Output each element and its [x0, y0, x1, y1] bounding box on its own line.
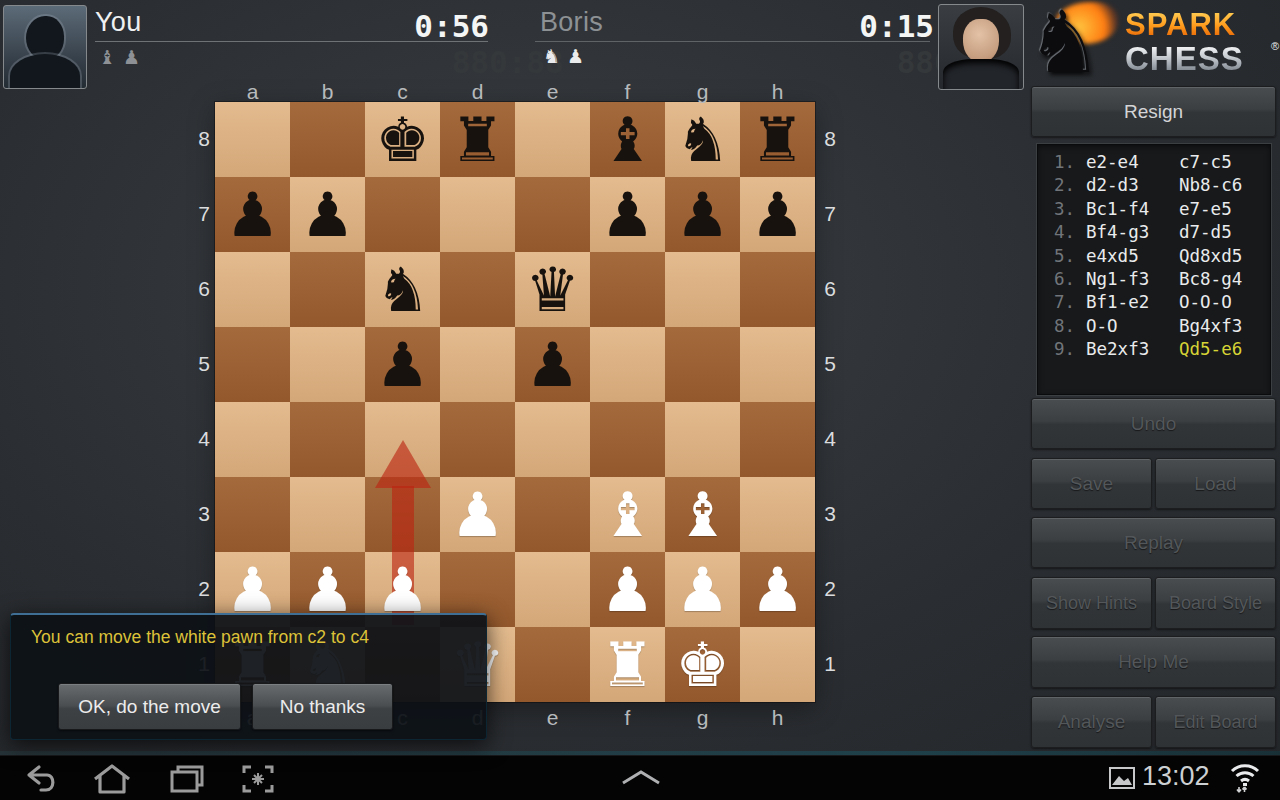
rank-label-left-4: 4	[195, 427, 213, 451]
square-f5[interactable]	[590, 327, 665, 402]
square-a3[interactable]	[215, 477, 290, 552]
save-button[interactable]: Save	[1031, 458, 1152, 509]
analyse-button[interactable]: Analyse	[1031, 696, 1152, 748]
square-e1[interactable]	[515, 627, 590, 702]
move-row-6: 6.Ng1-f3Bc8-g4	[1037, 268, 1271, 291]
screenshot-icon[interactable]	[241, 764, 275, 794]
rank-label-left-8: 8	[195, 127, 213, 151]
rank-label-left-3: 3	[195, 502, 213, 526]
registered-mark: ®	[1271, 40, 1279, 52]
square-d3[interactable]: ♟	[440, 477, 515, 552]
recents-icon[interactable]	[169, 764, 205, 794]
android-navbar	[0, 755, 1280, 800]
file-label-top-g: g	[665, 80, 740, 104]
ok-do-the-move-button[interactable]: OK, do the move	[58, 683, 241, 730]
square-d6[interactable]	[440, 252, 515, 327]
square-d5[interactable]	[440, 327, 515, 402]
square-a5[interactable]	[215, 327, 290, 402]
rank-label-right-5: 5	[821, 352, 839, 376]
square-h8[interactable]: ♜	[740, 102, 815, 177]
square-b4[interactable]	[290, 402, 365, 477]
square-e6[interactable]: ♛	[515, 252, 590, 327]
square-e4[interactable]	[515, 402, 590, 477]
square-b5[interactable]	[290, 327, 365, 402]
resign-button[interactable]: Resign	[1031, 86, 1276, 137]
chevron-up-icon[interactable]	[620, 769, 662, 785]
screenshot-notification-icon	[1108, 766, 1136, 790]
square-h2[interactable]: ♟	[740, 552, 815, 627]
square-a6[interactable]	[215, 252, 290, 327]
piece-black-knight-g8: ♞	[665, 102, 740, 177]
square-g6[interactable]	[665, 252, 740, 327]
move-row-1: 1.e2-e4c7-c5	[1037, 151, 1271, 174]
square-g8[interactable]: ♞	[665, 102, 740, 177]
player-name-boris: Boris	[540, 7, 603, 38]
move-list[interactable]: 1.e2-e4c7-c52.d2-d3Nb8-c63.Bc1-f4e7-e54.…	[1036, 143, 1272, 396]
piece-white-bishop-f3: ♝	[590, 477, 665, 552]
piece-black-pawn-e5: ♟	[515, 327, 590, 402]
square-h6[interactable]	[740, 252, 815, 327]
captured-pieces-you: ♝♟	[99, 48, 140, 67]
chess-board[interactable]: ♚♜♝♞♜♟♟♟♟♟♞♛♟♟♟♝♝♟♟♟♟♟♟♜♞♛♜♚	[215, 102, 815, 702]
captured-pawn-icon: ♟	[123, 48, 140, 67]
piece-black-rook-h8: ♜	[740, 102, 815, 177]
piece-white-pawn-d3: ♟	[440, 477, 515, 552]
file-label-bottom-g: g	[665, 706, 740, 730]
rank-label-right-6: 6	[821, 277, 839, 301]
rank-label-right-8: 8	[821, 127, 839, 151]
piece-black-pawn-f7: ♟	[590, 177, 665, 252]
file-label-top-a: a	[215, 80, 290, 104]
square-b6[interactable]	[290, 252, 365, 327]
square-c5[interactable]: ♟	[365, 327, 440, 402]
rank-label-right-1: 1	[821, 652, 839, 676]
square-h7[interactable]: ♟	[740, 177, 815, 252]
no-thanks-button[interactable]: No thanks	[252, 683, 393, 730]
piece-black-bishop-f8: ♝	[590, 102, 665, 177]
square-e5[interactable]: ♟	[515, 327, 590, 402]
logo-chess-text: CHESS	[1125, 43, 1244, 74]
square-e2[interactable]	[515, 552, 590, 627]
file-label-bottom-e: e	[515, 706, 590, 730]
captured-pawn-icon: ♟	[567, 47, 584, 66]
piece-black-rook-d8: ♜	[440, 102, 515, 177]
hint-dialog: You can move the white pawn from c2 to c…	[10, 613, 487, 740]
show-hints-button[interactable]: Show Hints	[1031, 577, 1152, 629]
edit-board-button[interactable]: Edit Board	[1155, 696, 1276, 748]
square-b7[interactable]: ♟	[290, 177, 365, 252]
sparkchess-logo: ♞ SPARK CHESS ®	[1028, 0, 1280, 86]
move-row-7: 7.Bf1-e2O-O-O	[1037, 291, 1271, 314]
square-h3[interactable]	[740, 477, 815, 552]
piece-black-pawn-h7: ♟	[740, 177, 815, 252]
square-a4[interactable]	[215, 402, 290, 477]
square-c6[interactable]: ♞	[365, 252, 440, 327]
captured-knight-icon: ♞	[543, 47, 560, 66]
square-e7[interactable]	[515, 177, 590, 252]
move-row-9: 9.Be2xf3Qd5-e6	[1037, 338, 1271, 361]
file-label-top-e: e	[515, 80, 590, 104]
load-button[interactable]: Load	[1155, 458, 1276, 509]
captured-bishop-icon: ♝	[99, 48, 116, 67]
square-g4[interactable]	[665, 402, 740, 477]
file-label-top-c: c	[365, 80, 440, 104]
move-row-5: 5.e4xd5Qd8xd5	[1037, 245, 1271, 268]
undo-button[interactable]: Undo	[1031, 398, 1276, 449]
hint-message: You can move the white pawn from c2 to c…	[31, 627, 369, 648]
player-name-you: You	[95, 7, 141, 38]
piece-black-pawn-a7: ♟	[215, 177, 290, 252]
square-f3[interactable]: ♝	[590, 477, 665, 552]
board-style-button[interactable]: Board Style	[1155, 577, 1276, 629]
piece-white-pawn-f2: ♟	[590, 552, 665, 627]
rank-label-left-6: 6	[195, 277, 213, 301]
piece-white-pawn-h2: ♟	[740, 552, 815, 627]
piece-black-pawn-b7: ♟	[290, 177, 365, 252]
rank-label-left-7: 7	[195, 202, 213, 226]
square-e3[interactable]	[515, 477, 590, 552]
avatar-you	[3, 5, 87, 89]
move-row-4: 4.Bf4-g3d7-d5	[1037, 221, 1271, 244]
square-g3[interactable]: ♝	[665, 477, 740, 552]
piece-white-king-g1: ♚	[665, 627, 740, 702]
piece-white-rook-f1: ♜	[590, 627, 665, 702]
logo-spark-text: SPARK	[1125, 9, 1236, 40]
square-e8[interactable]	[515, 102, 590, 177]
square-f4[interactable]	[590, 402, 665, 477]
move-row-8: 8.O-OBg4xf3	[1037, 315, 1271, 338]
rank-label-right-3: 3	[821, 502, 839, 526]
piece-black-knight-c6: ♞	[365, 252, 440, 327]
square-a8[interactable]	[215, 102, 290, 177]
square-g5[interactable]	[665, 327, 740, 402]
rank-label-right-4: 4	[821, 427, 839, 451]
square-c7[interactable]	[365, 177, 440, 252]
square-a7[interactable]: ♟	[215, 177, 290, 252]
screen: You ♝♟ 880:88 0:56 Boris ♞♟ 880:88 0:15 …	[0, 0, 1280, 800]
rank-label-right-2: 2	[821, 577, 839, 601]
file-label-top-h: h	[740, 80, 815, 104]
square-b8[interactable]	[290, 102, 365, 177]
file-label-bottom-h: h	[740, 706, 815, 730]
home-icon[interactable]	[92, 763, 132, 795]
knight-logo-icon: ♞	[1026, 0, 1103, 92]
move-row-3: 3.Bc1-f4e7-e5	[1037, 198, 1271, 221]
piece-white-bishop-g3: ♝	[665, 477, 740, 552]
piece-black-pawn-g7: ♟	[665, 177, 740, 252]
square-f8[interactable]: ♝	[590, 102, 665, 177]
piece-white-pawn-g2: ♟	[665, 552, 740, 627]
piece-black-queen-e6: ♛	[515, 252, 590, 327]
file-label-top-d: d	[440, 80, 515, 104]
rank-label-right-7: 7	[821, 202, 839, 226]
move-row-2: 2.d2-d3Nb8-c6	[1037, 174, 1271, 197]
square-g1[interactable]: ♚	[665, 627, 740, 702]
captured-pieces-boris: ♞♟	[543, 47, 584, 66]
file-label-top-b: b	[290, 80, 365, 104]
replay-button[interactable]: Replay	[1031, 517, 1276, 568]
square-f6[interactable]	[590, 252, 665, 327]
square-d4[interactable]	[440, 402, 515, 477]
piece-black-king-c8: ♚	[365, 102, 440, 177]
square-h1[interactable]	[740, 627, 815, 702]
square-d8[interactable]: ♜	[440, 102, 515, 177]
square-f2[interactable]: ♟	[590, 552, 665, 627]
square-c8[interactable]: ♚	[365, 102, 440, 177]
square-h5[interactable]	[740, 327, 815, 402]
square-f7[interactable]: ♟	[590, 177, 665, 252]
help-me-button[interactable]: Help Me	[1031, 636, 1276, 688]
file-label-bottom-f: f	[590, 706, 665, 730]
back-icon[interactable]	[25, 764, 59, 794]
status-time: 13:02	[1142, 761, 1210, 792]
rank-label-left-2: 2	[195, 577, 213, 601]
rank-label-left-5: 5	[195, 352, 213, 376]
avatar-boris	[938, 4, 1024, 90]
square-d7[interactable]	[440, 177, 515, 252]
square-b3[interactable]	[290, 477, 365, 552]
wifi-icon	[1230, 762, 1260, 794]
square-h4[interactable]	[740, 402, 815, 477]
file-label-top-f: f	[590, 80, 665, 104]
piece-black-pawn-c5: ♟	[365, 327, 440, 402]
square-g7[interactable]: ♟	[665, 177, 740, 252]
square-g2[interactable]: ♟	[665, 552, 740, 627]
square-f1[interactable]: ♜	[590, 627, 665, 702]
